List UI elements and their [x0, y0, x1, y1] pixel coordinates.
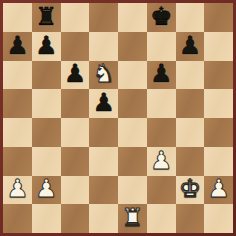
square-g7[interactable]: ♟	[176, 32, 205, 61]
square-h2[interactable]: ♟	[204, 176, 233, 205]
square-h5[interactable]	[204, 89, 233, 118]
square-a6[interactable]	[3, 61, 32, 90]
square-e5[interactable]	[118, 89, 147, 118]
white-rook[interactable]: ♜	[121, 205, 143, 230]
square-c3[interactable]	[61, 147, 90, 176]
square-c7[interactable]	[61, 32, 90, 61]
white-pawn[interactable]: ♟	[6, 176, 28, 201]
square-a8[interactable]	[3, 3, 32, 32]
square-e3[interactable]	[118, 147, 147, 176]
square-g8[interactable]	[176, 3, 205, 32]
square-g4[interactable]	[176, 118, 205, 147]
square-c4[interactable]	[61, 118, 90, 147]
square-c2[interactable]	[61, 176, 90, 205]
square-b7[interactable]: ♟	[32, 32, 61, 61]
square-f1[interactable]	[147, 204, 176, 233]
square-f2[interactable]	[147, 176, 176, 205]
square-b2[interactable]: ♟	[32, 176, 61, 205]
square-h4[interactable]	[204, 118, 233, 147]
square-d3[interactable]	[89, 147, 118, 176]
square-f5[interactable]	[147, 89, 176, 118]
square-b3[interactable]	[32, 147, 61, 176]
square-b5[interactable]	[32, 89, 61, 118]
square-e8[interactable]	[118, 3, 147, 32]
square-g2[interactable]: ♚	[176, 176, 205, 205]
square-a4[interactable]	[3, 118, 32, 147]
black-pawn[interactable]: ♟	[92, 90, 114, 115]
square-f3[interactable]: ♟	[147, 147, 176, 176]
black-pawn[interactable]: ♟	[35, 33, 57, 58]
square-e7[interactable]	[118, 32, 147, 61]
chess-board: ♜♚♟♟♟♟♞♟♟♟♟♟♚♟♜	[3, 3, 233, 233]
black-pawn[interactable]: ♟	[179, 33, 201, 58]
square-d7[interactable]	[89, 32, 118, 61]
square-e4[interactable]	[118, 118, 147, 147]
square-b8[interactable]: ♜	[32, 3, 61, 32]
square-a2[interactable]: ♟	[3, 176, 32, 205]
square-f6[interactable]: ♟	[147, 61, 176, 90]
square-f4[interactable]	[147, 118, 176, 147]
white-knight[interactable]: ♞	[92, 61, 114, 86]
square-h1[interactable]	[204, 204, 233, 233]
square-d5[interactable]: ♟	[89, 89, 118, 118]
white-pawn[interactable]: ♟	[207, 176, 229, 201]
white-king[interactable]: ♚	[179, 176, 201, 201]
square-g3[interactable]	[176, 147, 205, 176]
square-b1[interactable]	[32, 204, 61, 233]
black-king[interactable]: ♚	[150, 4, 172, 29]
square-d2[interactable]	[89, 176, 118, 205]
square-b6[interactable]	[32, 61, 61, 90]
square-d6[interactable]: ♞	[89, 61, 118, 90]
black-pawn[interactable]: ♟	[150, 61, 172, 86]
square-h8[interactable]	[204, 3, 233, 32]
square-a7[interactable]: ♟	[3, 32, 32, 61]
square-c6[interactable]: ♟	[61, 61, 90, 90]
square-h6[interactable]	[204, 61, 233, 90]
square-c1[interactable]	[61, 204, 90, 233]
white-pawn[interactable]: ♟	[150, 148, 172, 173]
square-c8[interactable]	[61, 3, 90, 32]
square-c5[interactable]	[61, 89, 90, 118]
square-d1[interactable]	[89, 204, 118, 233]
square-g5[interactable]	[176, 89, 205, 118]
chess-board-frame: ♜♚♟♟♟♟♞♟♟♟♟♟♚♟♜	[0, 0, 236, 236]
black-rook[interactable]: ♜	[35, 4, 57, 29]
square-g6[interactable]	[176, 61, 205, 90]
square-a1[interactable]	[3, 204, 32, 233]
square-h3[interactable]	[204, 147, 233, 176]
black-pawn[interactable]: ♟	[6, 33, 28, 58]
square-f8[interactable]: ♚	[147, 3, 176, 32]
square-b4[interactable]	[32, 118, 61, 147]
white-pawn[interactable]: ♟	[35, 176, 57, 201]
square-h7[interactable]	[204, 32, 233, 61]
square-a5[interactable]	[3, 89, 32, 118]
square-d4[interactable]	[89, 118, 118, 147]
square-a3[interactable]	[3, 147, 32, 176]
square-f7[interactable]	[147, 32, 176, 61]
square-g1[interactable]	[176, 204, 205, 233]
black-pawn[interactable]: ♟	[64, 61, 86, 86]
square-d8[interactable]	[89, 3, 118, 32]
square-e1[interactable]: ♜	[118, 204, 147, 233]
square-e6[interactable]	[118, 61, 147, 90]
square-e2[interactable]	[118, 176, 147, 205]
